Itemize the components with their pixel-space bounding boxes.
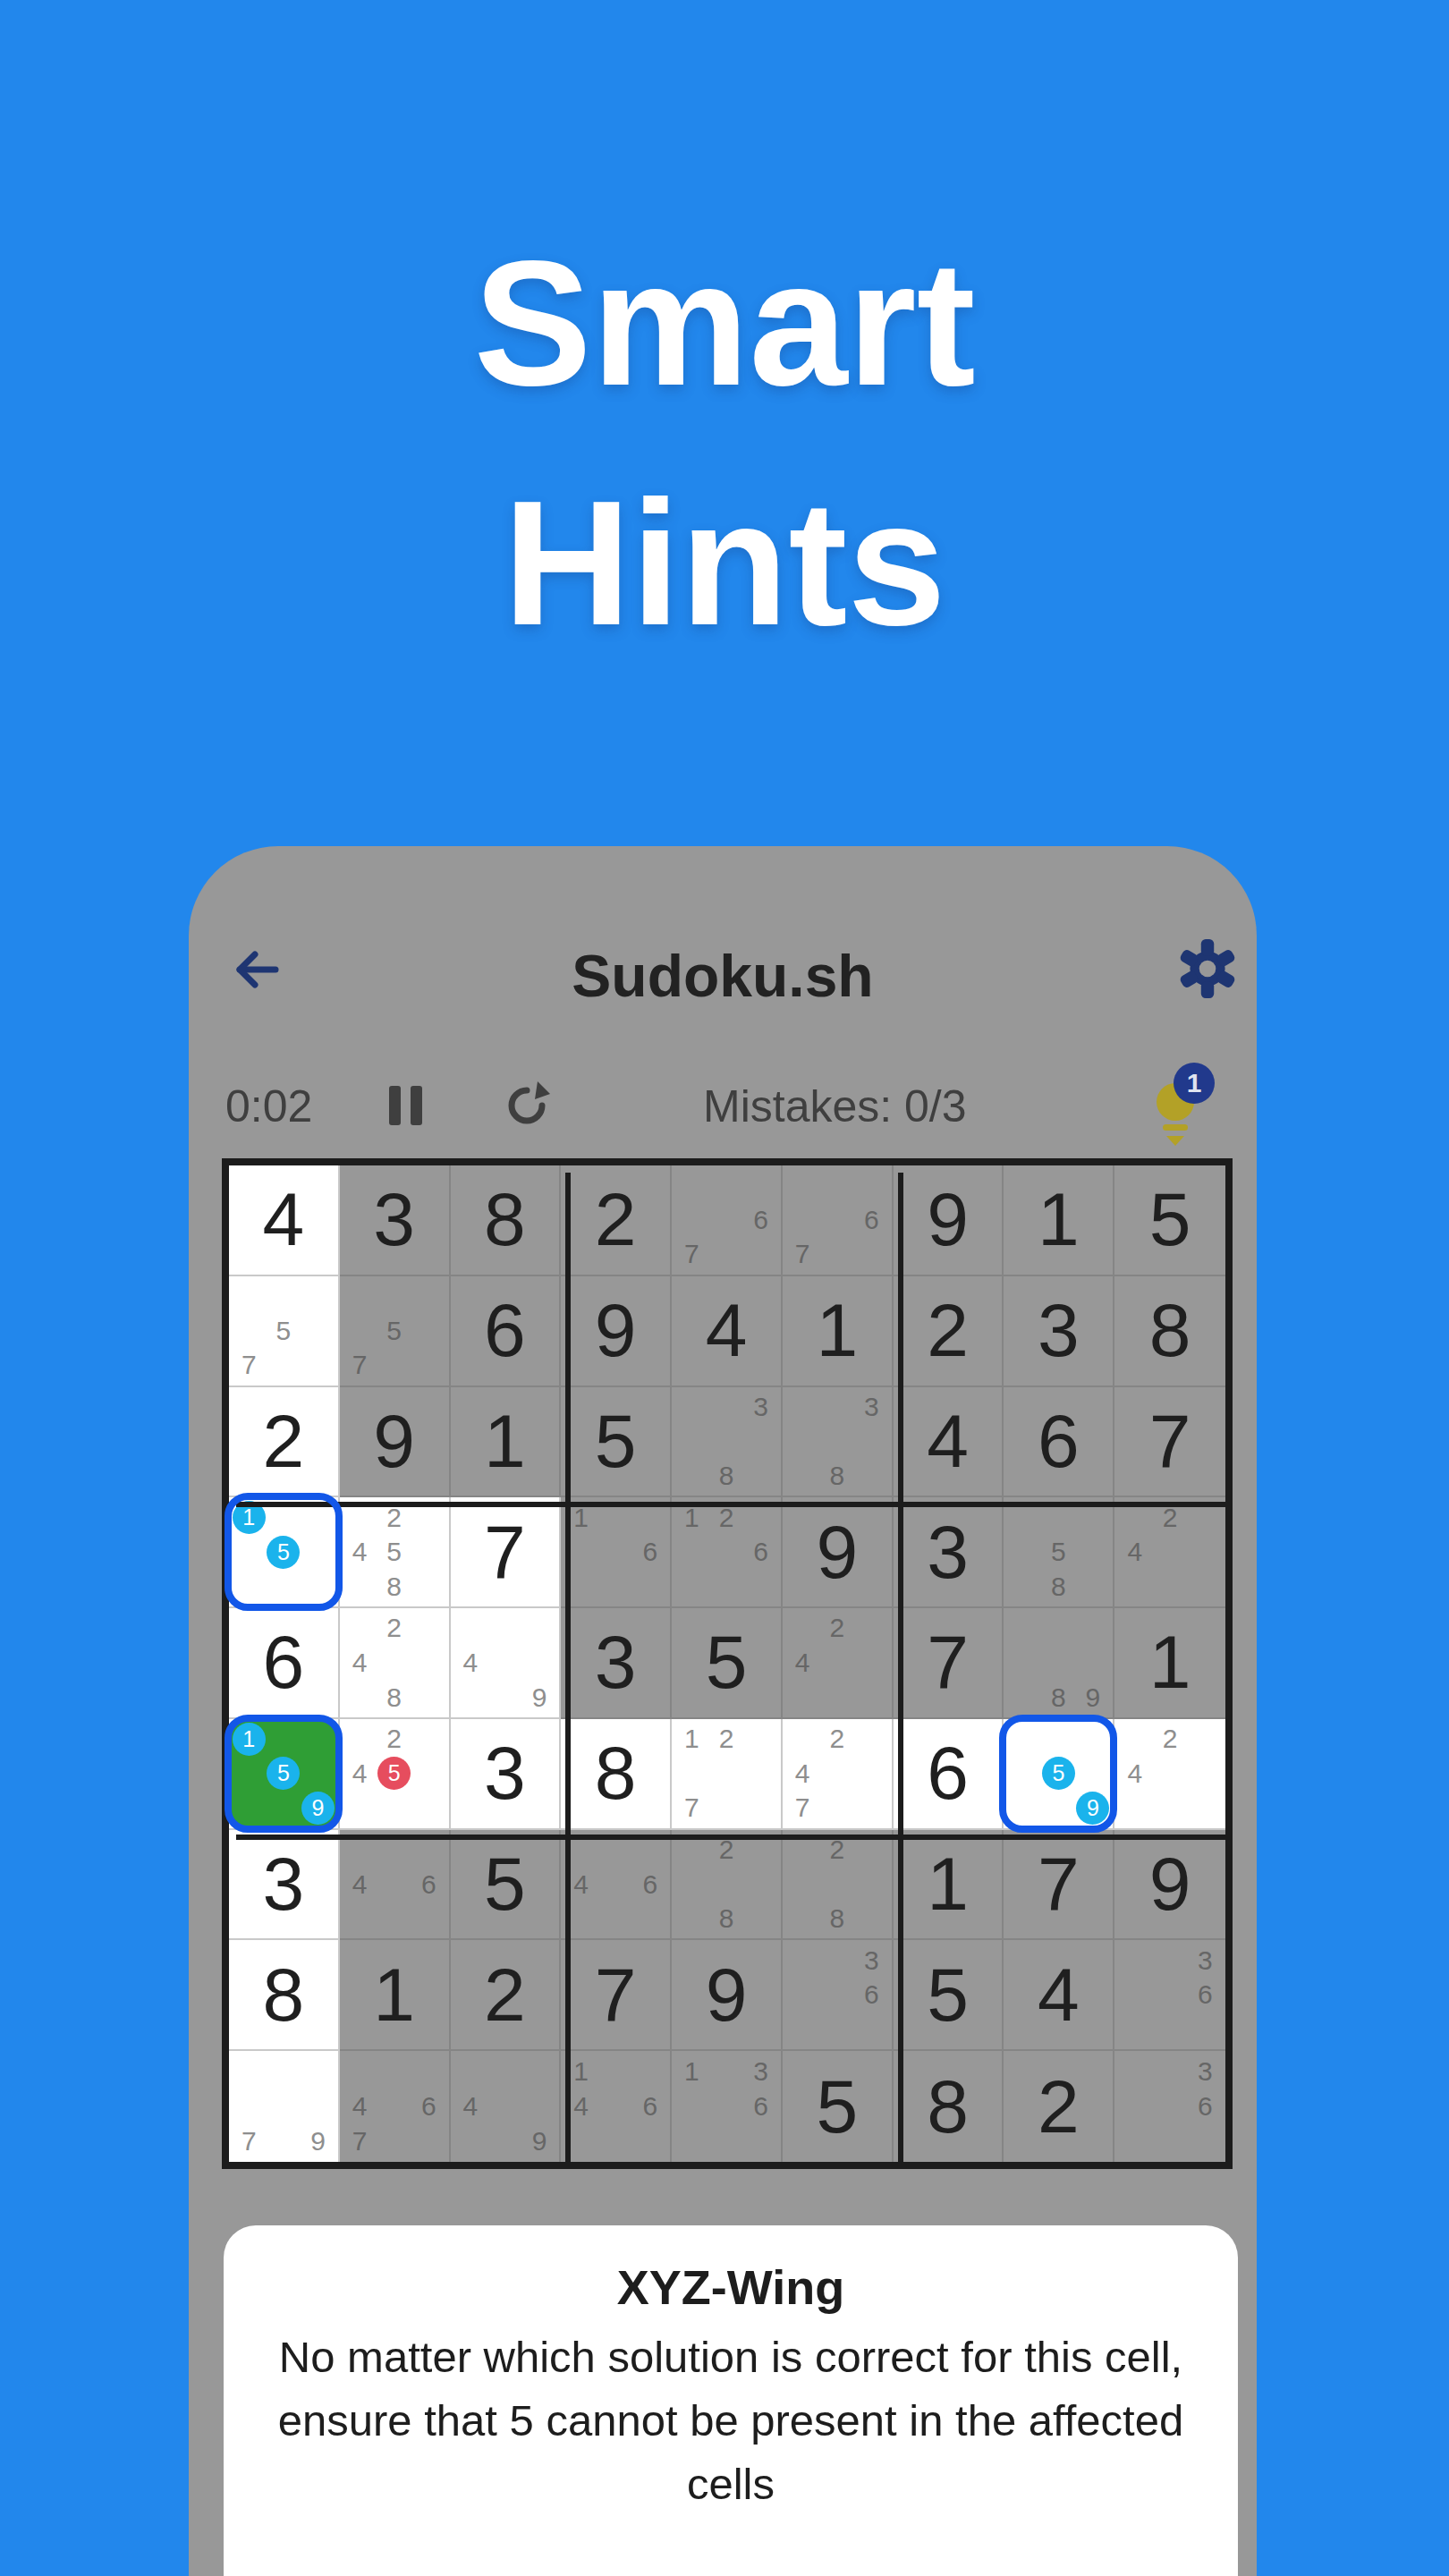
pencil-note: 6 (1188, 2089, 1223, 2123)
cell-value: 3 (451, 1719, 560, 1828)
cell-notes: 36 (785, 1943, 889, 2046)
candidate-highlight-cyan: 9 (301, 1792, 335, 1825)
pencil-note: 6 (633, 1535, 668, 1570)
cell-r8c9[interactable]: 36 (1114, 1940, 1225, 2051)
cell-value: 4 (894, 1387, 1003, 1496)
cell-r2c7[interactable]: 2 (894, 1276, 1004, 1387)
pencil-note: 8 (819, 1902, 854, 1936)
pencil-note: 5 (267, 1313, 301, 1348)
pencil-note: 2 (377, 1722, 411, 1757)
pencil-note: 3 (1188, 1943, 1223, 1978)
pencil-note: 1 (674, 1722, 709, 1757)
hint-technique-title: XYZ-Wing (224, 2259, 1238, 2315)
pencil-note: 5 (377, 1535, 411, 1570)
cell-notes: 127 (674, 1722, 778, 1826)
pencil-note: 2 (377, 1611, 411, 1646)
cell-notes: 49 (453, 2054, 557, 2159)
pencil-note: 2 (1152, 1722, 1187, 1757)
cell-notes: 89 (1006, 1611, 1110, 1715)
pencil-note: 7 (674, 1791, 709, 1826)
cell-r7c5[interactable]: 28 (672, 1830, 783, 1941)
pencil-note: 4 (343, 1535, 377, 1570)
cell-r3c4[interactable]: 5 (561, 1387, 672, 1498)
cell-r4c4[interactable]: 16 (561, 1497, 672, 1608)
cell-r1c1[interactable]: 4 (229, 1165, 340, 1276)
cell-r4c8[interactable]: 58 (1004, 1497, 1114, 1608)
pencil-note: 8 (1041, 1680, 1076, 1715)
pencil-note: 8 (709, 1459, 744, 1494)
pencil-note: 4 (343, 1756, 377, 1791)
cell-r1c4[interactable]: 2 (561, 1165, 672, 1276)
cell-notes: 15 (232, 1500, 335, 1604)
cell-r2c6[interactable]: 1 (783, 1276, 894, 1387)
cell-value: 7 (1114, 1387, 1225, 1496)
cell-r8c8[interactable]: 4 (1004, 1940, 1114, 2051)
cell-r6c1[interactable]: 159 (229, 1719, 340, 1830)
candidate-highlight-cyan: 9 (1076, 1792, 1109, 1825)
hint-panel: XYZ-Wing No matter which solution is cor… (224, 2225, 1238, 2576)
cell-notes: 49 (453, 1611, 557, 1715)
cell-r8c4[interactable]: 7 (561, 1940, 672, 2051)
cell-notes: 146 (563, 2054, 667, 2159)
cell-value: 5 (783, 2051, 892, 2162)
promo-title-line2: Hints (0, 444, 1449, 683)
pencil-note: 6 (854, 1203, 889, 1238)
cell-r4c5[interactable]: 126 (672, 1497, 783, 1608)
cell-r9c1[interactable]: 79 (229, 2051, 340, 2162)
pencil-note: 8 (819, 1459, 854, 1494)
cell-r1c7[interactable]: 9 (894, 1165, 1004, 1276)
cell-r3c7[interactable]: 4 (894, 1387, 1004, 1498)
gear-icon (1178, 986, 1237, 1001)
cell-notes: 36 (1117, 2054, 1223, 2159)
cell-value: 8 (561, 1719, 670, 1828)
mistakes-counter: Mistakes: 0/3 (703, 1080, 967, 1132)
pencil-note: 7 (343, 1348, 377, 1383)
cell-value: 7 (451, 1497, 560, 1606)
cell-r6c6[interactable]: 247 (783, 1719, 894, 1830)
cell-value: 1 (340, 1940, 449, 2049)
cell-value: 3 (340, 1165, 449, 1275)
pencil-note: 7 (232, 2124, 267, 2159)
cell-r7c8[interactable]: 7 (1004, 1830, 1114, 1941)
cell-r7c7[interactable]: 1 (894, 1830, 1004, 1941)
cell-notes: 24 (1117, 1500, 1223, 1604)
restart-icon (502, 1118, 552, 1133)
cell-value: 2 (894, 1276, 1003, 1385)
cell-r5c5[interactable]: 5 (672, 1608, 783, 1719)
cell-notes: 58 (1006, 1500, 1110, 1604)
cell-r2c3[interactable]: 6 (451, 1276, 562, 1387)
cell-value: 7 (1004, 1830, 1113, 1939)
pause-icon (389, 1086, 401, 1125)
cell-r4c9[interactable]: 24 (1114, 1497, 1225, 1608)
settings-button[interactable] (1178, 939, 1237, 998)
cell-value: 4 (672, 1276, 781, 1385)
cell-notes: 136 (674, 2054, 778, 2159)
cell-r7c9[interactable]: 9 (1114, 1830, 1225, 1941)
cell-value: 8 (229, 1940, 338, 2049)
cell-r8c7[interactable]: 5 (894, 1940, 1004, 2051)
pencil-note: 6 (1188, 1978, 1223, 2012)
cell-r4c2[interactable]: 2458 (340, 1497, 451, 1608)
cell-r6c7[interactable]: 6 (894, 1719, 1004, 1830)
cell-value: 1 (1004, 1165, 1113, 1275)
cell-value: 8 (1114, 1276, 1225, 1385)
cell-r1c9[interactable]: 5 (1114, 1165, 1225, 1276)
cell-notes: 46 (343, 1833, 446, 1936)
cell-value: 9 (561, 1276, 670, 1385)
cell-value: 2 (561, 1165, 670, 1275)
cell-value: 5 (451, 1830, 560, 1939)
cell-value: 3 (561, 1608, 670, 1717)
cell-notes: 38 (785, 1390, 889, 1494)
cell-r7c1[interactable]: 3 (229, 1830, 340, 1941)
cell-r6c9[interactable]: 24 (1114, 1719, 1225, 1830)
cell-value: 7 (561, 1940, 670, 2049)
pencil-note: 2 (819, 1611, 854, 1646)
cell-r3c9[interactable]: 7 (1114, 1387, 1225, 1498)
cell-notes: 59 (1006, 1722, 1110, 1826)
pencil-note: 5 (1041, 1535, 1076, 1570)
pencil-note: 2 (819, 1722, 854, 1757)
cell-value: 3 (1004, 1276, 1113, 1385)
pencil-note: 4 (453, 1646, 488, 1681)
cell-r5c1[interactable]: 6 (229, 1608, 340, 1719)
cell-r7c6[interactable]: 28 (783, 1830, 894, 1941)
cell-r6c5[interactable]: 127 (672, 1719, 783, 1830)
cell-notes: 28 (785, 1833, 889, 1936)
phone-mockup: Sudoku.sh 0:02 (189, 846, 1257, 2576)
cell-value: 2 (451, 1940, 560, 2049)
cell-notes: 248 (343, 1611, 446, 1715)
cell-r2c9[interactable]: 8 (1114, 1276, 1225, 1387)
pencil-note: 8 (377, 1570, 411, 1605)
cell-r4c7[interactable]: 3 (894, 1497, 1004, 1608)
box-divider-horizontal (236, 1835, 1233, 1840)
cell-notes: 46 (563, 1833, 667, 1936)
pencil-note: 8 (377, 1680, 411, 1715)
sudoku-board: 4382676791557576941238291538384671524587… (222, 1158, 1233, 2169)
cell-value: 1 (1114, 1608, 1225, 1717)
cell-notes: 57 (232, 1279, 335, 1383)
cell-r2c5[interactable]: 4 (672, 1276, 783, 1387)
cell-r8c6[interactable]: 36 (783, 1940, 894, 2051)
timer: 0:02 (225, 1080, 312, 1132)
pencil-note: 4 (343, 1867, 377, 1902)
cell-value: 6 (894, 1719, 1003, 1828)
cell-value: 7 (894, 1608, 1003, 1717)
cell-r5c4[interactable]: 3 (561, 1608, 672, 1719)
pencil-note: 6 (411, 1867, 446, 1902)
pencil-note: 7 (232, 1348, 267, 1383)
candidate-highlight-cyan: 5 (267, 1536, 300, 1569)
cell-r5c6[interactable]: 24 (783, 1608, 894, 1719)
cell-notes: 36 (1117, 1943, 1223, 2046)
cell-r5c8[interactable]: 89 (1004, 1608, 1114, 1719)
cell-r4c6[interactable]: 9 (783, 1497, 894, 1608)
cell-value: 3 (229, 1830, 338, 1939)
cell-r2c1[interactable]: 57 (229, 1276, 340, 1387)
pencil-note: 4 (1117, 1535, 1152, 1570)
candidate-highlight-cyan: 1 (233, 1723, 266, 1756)
pencil-note: 4 (343, 2089, 377, 2123)
cell-r9c4[interactable]: 146 (561, 2051, 672, 2162)
cell-r3c3[interactable]: 1 (451, 1387, 562, 1498)
pencil-note: 6 (633, 2089, 668, 2123)
cell-r1c3[interactable]: 8 (451, 1165, 562, 1276)
cell-r2c4[interactable]: 9 (561, 1276, 672, 1387)
cell-value: 8 (894, 2051, 1003, 2162)
cell-value: 5 (1114, 1165, 1225, 1275)
cell-r7c2[interactable]: 46 (340, 1830, 451, 1941)
pause-button[interactable] (389, 1086, 423, 1125)
cell-r6c8[interactable]: 59 (1004, 1719, 1114, 1830)
pencil-note: 9 (301, 2124, 335, 2159)
cell-value: 1 (783, 1276, 892, 1385)
pencil-note: 5 (377, 1313, 411, 1348)
pencil-note: 3 (743, 2054, 778, 2089)
pause-icon (411, 1086, 422, 1125)
cell-r9c9[interactable]: 36 (1114, 2051, 1225, 2162)
cell-value: 6 (451, 1276, 560, 1385)
pencil-note: 8 (1041, 1570, 1076, 1605)
cell-notes: 126 (674, 1500, 778, 1604)
cell-r3c1[interactable]: 2 (229, 1387, 340, 1498)
pencil-note: 6 (743, 1203, 778, 1238)
cell-r9c5[interactable]: 136 (672, 2051, 783, 2162)
cell-notes: 24 (1117, 1722, 1223, 1826)
cell-r9c2[interactable]: 467 (340, 2051, 451, 2162)
cell-r1c8[interactable]: 1 (1004, 1165, 1114, 1276)
cell-r8c5[interactable]: 9 (672, 1940, 783, 2051)
cell-r9c7[interactable]: 8 (894, 2051, 1004, 2162)
pencil-note: 8 (709, 1902, 744, 1936)
cell-value: 9 (340, 1387, 449, 1496)
candidate-highlight-cyan: 5 (1042, 1757, 1075, 1790)
cell-value: 5 (672, 1608, 781, 1717)
pencil-note: 6 (743, 1535, 778, 1570)
pencil-note: 4 (785, 1756, 820, 1791)
candidate-highlight-cyan: 5 (267, 1757, 300, 1790)
cell-r3c6[interactable]: 38 (783, 1387, 894, 1498)
cell-r5c2[interactable]: 248 (340, 1608, 451, 1719)
cell-r9c6[interactable]: 5 (783, 2051, 894, 2162)
pencil-note: 7 (343, 2124, 377, 2159)
cell-value: 5 (894, 1940, 1003, 2049)
pencil-note: 2 (709, 1722, 744, 1757)
cell-r1c5[interactable]: 67 (672, 1165, 783, 1276)
cell-notes: 16 (563, 1500, 667, 1604)
cell-r3c2[interactable]: 9 (340, 1387, 451, 1498)
cell-value: 2 (229, 1387, 338, 1496)
cell-value: 9 (672, 1940, 781, 2049)
cell-r8c2[interactable]: 1 (340, 1940, 451, 2051)
pencil-note: 3 (1188, 2054, 1223, 2089)
cell-value: 1 (894, 1830, 1003, 1939)
cell-notes: 467 (343, 2054, 446, 2159)
cell-r9c3[interactable]: 49 (451, 2051, 562, 2162)
cell-notes: 67 (785, 1168, 889, 1272)
cell-r8c1[interactable]: 8 (229, 1940, 340, 2051)
cell-value: 9 (1114, 1830, 1225, 1939)
cell-value: 3 (894, 1497, 1003, 1606)
pencil-note: 6 (411, 2089, 446, 2123)
cell-notes: 79 (232, 2054, 335, 2159)
pencil-note: 4 (1117, 1756, 1152, 1791)
cell-notes: 24 (785, 1611, 889, 1715)
cell-notes: 38 (674, 1390, 778, 1494)
pencil-note: 7 (674, 1237, 709, 1272)
cell-notes: 67 (674, 1168, 778, 1272)
pencil-note: 7 (785, 1791, 820, 1826)
cell-value: 6 (1004, 1387, 1113, 1496)
cell-notes: 247 (785, 1722, 889, 1826)
cell-r6c4[interactable]: 8 (561, 1719, 672, 1830)
cell-value: 5 (561, 1387, 670, 1496)
cell-value: 4 (1004, 1940, 1113, 2049)
pencil-note: 6 (854, 1978, 889, 2012)
pencil-note: 4 (453, 2089, 488, 2123)
app-title: Sudoku.sh (189, 942, 1257, 1010)
cell-r2c8[interactable]: 3 (1004, 1276, 1114, 1387)
cell-r6c2[interactable]: 245 (340, 1719, 451, 1830)
restart-button[interactable] (502, 1080, 552, 1131)
pencil-note: 9 (1076, 1680, 1111, 1715)
cell-notes: 159 (232, 1722, 335, 1826)
cell-notes: 28 (674, 1833, 778, 1936)
promo-title-line1: Smart (0, 204, 1449, 444)
pencil-note: 3 (854, 1390, 889, 1425)
cell-r7c4[interactable]: 46 (561, 1830, 672, 1941)
cell-value: 6 (229, 1608, 338, 1717)
cell-r4c1[interactable]: 15 (229, 1497, 340, 1608)
cell-r3c8[interactable]: 6 (1004, 1387, 1114, 1498)
cell-r3c5[interactable]: 38 (672, 1387, 783, 1498)
pencil-note: 7 (785, 1237, 820, 1272)
cell-r4c3[interactable]: 7 (451, 1497, 562, 1608)
cell-r5c9[interactable]: 1 (1114, 1608, 1225, 1719)
pencil-note: 6 (633, 1867, 668, 1902)
box-divider-vertical (565, 1173, 571, 2169)
cell-notes: 57 (343, 1279, 446, 1383)
cell-r8c3[interactable]: 2 (451, 1940, 562, 2051)
pencil-note: 1 (674, 2054, 709, 2089)
cell-r7c3[interactable]: 5 (451, 1830, 562, 1941)
hint-button[interactable]: 1 (1148, 1070, 1228, 1152)
promo-screen: Smart Hints Sudoku.sh (0, 0, 1449, 2576)
cell-value: 1 (451, 1387, 560, 1496)
pencil-note: 6 (743, 2089, 778, 2123)
cell-r5c7[interactable]: 7 (894, 1608, 1004, 1719)
pencil-note: 3 (854, 1943, 889, 1978)
cell-notes: 2458 (343, 1500, 446, 1604)
box-divider-vertical (898, 1173, 903, 2169)
hint-explanation-text: No matter which solution is correct for … (258, 2326, 1203, 2516)
cell-r1c2[interactable]: 3 (340, 1165, 451, 1276)
cell-value: 9 (783, 1497, 892, 1606)
cell-value: 2 (1004, 2051, 1113, 2162)
cell-value: 4 (229, 1165, 338, 1275)
pencil-note: 9 (522, 1680, 557, 1715)
hint-count-badge: 1 (1174, 1063, 1215, 1104)
box-divider-horizontal (236, 1502, 1233, 1507)
pencil-note: 3 (743, 1390, 778, 1425)
pencil-note: 9 (522, 2124, 557, 2159)
promo-title: Smart Hints (0, 204, 1449, 683)
cell-r1c6[interactable]: 67 (783, 1165, 894, 1276)
cell-r5c3[interactable]: 49 (451, 1608, 562, 1719)
cell-notes: 245 (343, 1722, 446, 1826)
cell-value: 9 (894, 1165, 1003, 1275)
cell-value: 8 (451, 1165, 560, 1275)
cell-r6c3[interactable]: 3 (451, 1719, 562, 1830)
cell-r2c2[interactable]: 57 (340, 1276, 451, 1387)
candidate-eliminate-red: 5 (377, 1757, 411, 1790)
pencil-note: 4 (343, 1646, 377, 1681)
pencil-note: 4 (785, 1646, 820, 1681)
cell-r9c8[interactable]: 2 (1004, 2051, 1114, 2162)
